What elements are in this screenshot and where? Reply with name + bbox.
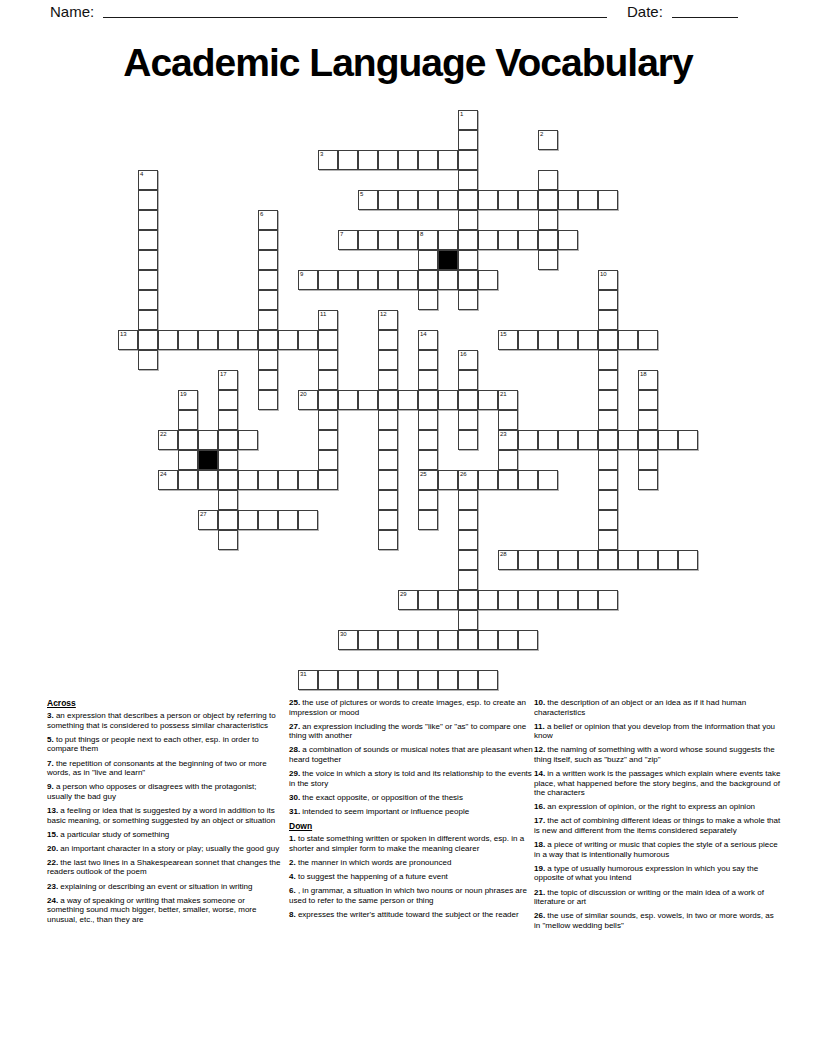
grid-cell[interactable] <box>518 590 538 610</box>
clue-section-header-across: Across <box>47 698 281 708</box>
grid-cell[interactable] <box>498 470 518 490</box>
grid-cell[interactable] <box>378 350 398 370</box>
grid-cell[interactable] <box>598 290 618 310</box>
grid-cell[interactable] <box>138 230 158 250</box>
clue-17: 17. the act of combining different ideas… <box>534 816 781 835</box>
grid-cell[interactable] <box>518 470 538 490</box>
grid-cell[interactable] <box>438 630 458 650</box>
grid-cell[interactable] <box>478 390 498 410</box>
grid-cell[interactable] <box>598 430 618 450</box>
grid-cell[interactable] <box>418 390 438 410</box>
grid-cell[interactable] <box>518 630 538 650</box>
date-label: Date: <box>627 3 663 20</box>
grid-cell[interactable] <box>478 190 498 210</box>
grid-cell[interactable] <box>458 110 478 130</box>
grid-cell[interactable] <box>638 450 658 470</box>
grid-cell[interactable] <box>418 190 438 210</box>
grid-cell[interactable] <box>258 250 278 270</box>
grid-cell[interactable] <box>458 230 478 250</box>
grid-cell[interactable] <box>438 670 458 690</box>
grid-cell[interactable] <box>538 470 558 490</box>
grid-cell[interactable] <box>598 510 618 530</box>
grid-cell[interactable] <box>538 190 558 210</box>
name-label: Name: <box>50 3 94 20</box>
grid-cell[interactable] <box>478 470 498 490</box>
grid-cell[interactable] <box>318 450 338 470</box>
grid-cell[interactable] <box>218 430 238 450</box>
grid-cell[interactable] <box>498 430 518 450</box>
grid-cell[interactable] <box>298 330 318 350</box>
grid-cell[interactable] <box>238 470 258 490</box>
grid-cell[interactable] <box>138 270 158 290</box>
grid-cell[interactable] <box>258 230 278 250</box>
grid-cell[interactable] <box>458 510 478 530</box>
grid-cell[interactable] <box>318 330 338 350</box>
grid-cell[interactable] <box>378 230 398 250</box>
grid-cell[interactable] <box>178 470 198 490</box>
grid-cell[interactable] <box>198 510 218 530</box>
grid-cell[interactable] <box>598 490 618 510</box>
grid-cell[interactable] <box>258 330 278 350</box>
grid-cell[interactable] <box>418 410 438 430</box>
grid-cell[interactable] <box>418 450 438 470</box>
grid-cell[interactable] <box>258 390 278 410</box>
grid-cell[interactable] <box>498 590 518 610</box>
grid-cell[interactable] <box>538 430 558 450</box>
clue-19: 19. a type of usually humorous expressio… <box>534 864 781 883</box>
grid-cell[interactable] <box>418 290 438 310</box>
grid-cell[interactable] <box>298 670 318 690</box>
grid-cell[interactable] <box>398 390 418 410</box>
grid-cell[interactable] <box>338 390 358 410</box>
blocked-cell <box>198 450 218 470</box>
clue-26: 26. the use of similar sounds, esp. vowe… <box>534 911 781 930</box>
grid-cell[interactable] <box>398 190 418 210</box>
grid-cell[interactable] <box>598 370 618 390</box>
grid-cell[interactable] <box>138 250 158 270</box>
grid-cell[interactable] <box>258 270 278 290</box>
grid-cell[interactable] <box>678 550 698 570</box>
grid-cell[interactable] <box>358 190 378 210</box>
grid-cell[interactable] <box>538 230 558 250</box>
grid-cell[interactable] <box>598 410 618 430</box>
grid-cell[interactable] <box>498 550 518 570</box>
clue-4: 4. to suggest the happening of a future … <box>289 872 533 882</box>
grid-cell[interactable] <box>418 470 438 490</box>
grid-cell[interactable] <box>178 430 198 450</box>
grid-cell[interactable] <box>438 470 458 490</box>
clue-28: 28. a combination of sounds or musical n… <box>289 745 533 764</box>
grid-cell[interactable] <box>478 630 498 650</box>
grid-cell[interactable] <box>418 670 438 690</box>
grid-cell[interactable] <box>258 210 278 230</box>
grid-cell[interactable] <box>498 410 518 430</box>
grid-cell[interactable] <box>458 590 478 610</box>
grid-cell[interactable] <box>478 270 498 290</box>
grid-cell[interactable] <box>298 390 318 410</box>
grid-cell[interactable] <box>638 330 658 350</box>
grid-cell[interactable] <box>458 290 478 310</box>
clue-1: 1. to state something written or spoken … <box>289 834 533 853</box>
grid-cell[interactable] <box>258 510 278 530</box>
clue-31: 31. intended to seem important or influe… <box>289 807 533 817</box>
grid-cell[interactable] <box>458 150 478 170</box>
grid-cell[interactable] <box>338 670 358 690</box>
clue-11: 11. a belief or opinion that you develop… <box>534 722 781 741</box>
clue-13: 13. a feeling or idea that is suggested … <box>47 806 281 825</box>
grid-cell[interactable] <box>638 370 658 390</box>
grid-cell[interactable] <box>618 330 638 350</box>
grid-cell[interactable] <box>158 430 178 450</box>
clue-16: 16. an expression of opinion, or the rig… <box>534 802 781 812</box>
grid-cell[interactable] <box>258 310 278 330</box>
grid-cell[interactable] <box>378 410 398 430</box>
clue-section-header-down: Down <box>289 821 533 831</box>
grid-cell[interactable] <box>438 590 458 610</box>
clue-9: 9. a person who opposes or disagrees wit… <box>47 782 281 801</box>
grid-cell[interactable] <box>378 430 398 450</box>
grid-cell[interactable] <box>398 270 418 290</box>
grid-cell[interactable] <box>318 370 338 390</box>
clue-23: 23. explaining or describing an event or… <box>47 882 281 892</box>
grid-cell[interactable] <box>418 350 438 370</box>
grid-cell[interactable] <box>138 170 158 190</box>
grid-cell[interactable] <box>138 330 158 350</box>
grid-cell[interactable] <box>378 270 398 290</box>
grid-cell[interactable] <box>158 330 178 350</box>
grid-cell[interactable] <box>558 590 578 610</box>
grid-cell[interactable] <box>238 330 258 350</box>
grid-cell[interactable] <box>438 190 458 210</box>
grid-cell[interactable] <box>378 490 398 510</box>
grid-cell[interactable] <box>258 470 278 490</box>
grid-cell[interactable] <box>558 190 578 210</box>
grid-cell[interactable] <box>598 270 618 290</box>
grid-cell[interactable] <box>418 250 438 270</box>
grid-cell[interactable] <box>218 370 238 390</box>
clue-27: 27. an expression including the words "l… <box>289 722 533 741</box>
grid-cell[interactable] <box>458 470 478 490</box>
grid-cell[interactable] <box>218 330 238 350</box>
grid-cell[interactable] <box>318 390 338 410</box>
grid-cell[interactable] <box>318 150 338 170</box>
clue-15: 15. a particular study of something <box>47 830 281 840</box>
grid-cell[interactable] <box>458 610 478 630</box>
grid-cell[interactable] <box>558 550 578 570</box>
grid-cell[interactable] <box>358 150 378 170</box>
grid-cell[interactable] <box>478 670 498 690</box>
grid-cell[interactable] <box>478 230 498 250</box>
grid-cell[interactable] <box>458 430 478 450</box>
grid-cell[interactable] <box>578 430 598 450</box>
grid-cell[interactable] <box>478 590 498 610</box>
grid-cell[interactable] <box>538 250 558 270</box>
grid-cell[interactable] <box>218 390 238 410</box>
grid-cell[interactable] <box>318 470 338 490</box>
grid-cell[interactable] <box>458 210 478 230</box>
grid-cell[interactable] <box>638 390 658 410</box>
grid-cell[interactable] <box>138 190 158 210</box>
grid-cell[interactable] <box>358 270 378 290</box>
grid-cell[interactable] <box>298 270 318 290</box>
grid-cell[interactable] <box>458 550 478 570</box>
grid-cell[interactable] <box>138 290 158 310</box>
clue-24: 24. a way of speaking or writing that ma… <box>47 896 281 925</box>
grid-cell[interactable] <box>578 550 598 570</box>
grid-cell[interactable] <box>358 630 378 650</box>
grid-cell[interactable] <box>438 230 458 250</box>
grid-cell[interactable] <box>178 390 198 410</box>
grid-cell[interactable] <box>338 230 358 250</box>
grid-cell[interactable] <box>118 330 138 350</box>
clue-column-2: 25. the use of pictures or words to crea… <box>289 698 533 924</box>
grid-cell[interactable] <box>498 450 518 470</box>
clue-25: 25. the use of pictures or words to crea… <box>289 698 533 717</box>
grid-cell[interactable] <box>658 550 678 570</box>
grid-cell[interactable] <box>198 430 218 450</box>
clue-22: 22. the last two lines in a Shakespearea… <box>47 858 281 877</box>
grid-cell[interactable] <box>538 210 558 230</box>
grid-cell[interactable] <box>458 270 478 290</box>
grid-cell[interactable] <box>458 170 478 190</box>
grid-cell[interactable] <box>558 330 578 350</box>
grid-cell[interactable] <box>598 590 618 610</box>
grid-cell[interactable] <box>558 430 578 450</box>
grid-cell[interactable] <box>378 150 398 170</box>
grid-cell[interactable] <box>498 190 518 210</box>
grid-cell[interactable] <box>598 330 618 350</box>
grid-cell[interactable] <box>418 330 438 350</box>
grid-cell[interactable] <box>418 510 438 530</box>
grid-cell[interactable] <box>438 390 458 410</box>
grid-cell[interactable] <box>318 350 338 370</box>
grid-cell[interactable] <box>418 490 438 510</box>
grid-cell[interactable] <box>678 430 698 450</box>
clue-10: 10. the description of an object or an i… <box>534 698 781 717</box>
grid-cell[interactable] <box>518 550 538 570</box>
grid-cell[interactable] <box>598 310 618 330</box>
grid-cell[interactable] <box>418 430 438 450</box>
date-blank-line <box>672 17 738 18</box>
grid-cell[interactable] <box>338 630 358 650</box>
grid-cell[interactable] <box>458 490 478 510</box>
grid-cell[interactable] <box>378 670 398 690</box>
grid-cell[interactable] <box>218 470 238 490</box>
grid-cell[interactable] <box>378 530 398 550</box>
grid-cell[interactable] <box>458 670 478 690</box>
grid-cell[interactable] <box>378 370 398 390</box>
clue-18: 18. a piece of writing or music that cop… <box>534 840 781 859</box>
grid-cell[interactable] <box>378 330 398 350</box>
grid-cell[interactable] <box>538 590 558 610</box>
grid-cell[interactable] <box>398 230 418 250</box>
grid-cell[interactable] <box>638 550 658 570</box>
grid-cell[interactable] <box>398 150 418 170</box>
grid-cell[interactable] <box>538 550 558 570</box>
grid-cell[interactable] <box>278 470 298 490</box>
grid-cell[interactable] <box>498 390 518 410</box>
grid-cell[interactable] <box>178 450 198 470</box>
grid-cell[interactable] <box>258 370 278 390</box>
grid-cell[interactable] <box>378 630 398 650</box>
grid-cell[interactable] <box>318 670 338 690</box>
grid-cell[interactable] <box>518 330 538 350</box>
grid-cell[interactable] <box>598 470 618 490</box>
clue-3: 3. an expression that describes a person… <box>47 711 281 730</box>
grid-cell[interactable] <box>618 430 638 450</box>
grid-cell[interactable] <box>538 130 558 150</box>
grid-cell[interactable] <box>158 470 178 490</box>
grid-cell[interactable] <box>598 550 618 570</box>
grid-cell[interactable] <box>318 410 338 430</box>
grid-cell[interactable] <box>498 630 518 650</box>
grid-cell[interactable] <box>258 350 278 370</box>
grid-cell[interactable] <box>438 270 458 290</box>
grid-cell[interactable] <box>458 630 478 650</box>
grid-cell[interactable] <box>458 370 478 390</box>
name-blank-line <box>103 17 607 18</box>
clue-column-3: 10. the description of an object or an i… <box>534 698 781 935</box>
grid-cell[interactable] <box>458 350 478 370</box>
grid-cell[interactable] <box>458 250 478 270</box>
grid-cell[interactable] <box>358 670 378 690</box>
grid-cell[interactable] <box>218 490 238 510</box>
grid-cell[interactable] <box>218 510 238 530</box>
grid-cell[interactable] <box>598 530 618 550</box>
grid-cell[interactable] <box>618 550 638 570</box>
grid-cell[interactable] <box>418 270 438 290</box>
grid-cell[interactable] <box>458 390 478 410</box>
grid-cell[interactable] <box>418 370 438 390</box>
blocked-cell <box>438 250 458 270</box>
grid-cell[interactable] <box>198 330 218 350</box>
grid-cell[interactable] <box>578 330 598 350</box>
grid-cell[interactable] <box>378 190 398 210</box>
grid-cell[interactable] <box>318 430 338 450</box>
grid-cell[interactable] <box>218 410 238 430</box>
grid-cell[interactable] <box>418 630 438 650</box>
grid-cell[interactable] <box>578 190 598 210</box>
grid-cell[interactable] <box>378 390 398 410</box>
grid-cell[interactable] <box>178 330 198 350</box>
crossword-grid: 3579131520222324252728293031124681011121… <box>118 110 700 692</box>
grid-cell[interactable] <box>398 670 418 690</box>
grid-cell[interactable] <box>318 270 338 290</box>
grid-cell[interactable] <box>638 470 658 490</box>
grid-cell[interactable] <box>518 190 538 210</box>
clue-30: 30. the exact opposite, or opposition of… <box>289 793 533 803</box>
clue-29: 29. the voice in which a story is told a… <box>289 769 533 788</box>
grid-cell[interactable] <box>458 190 478 210</box>
grid-cell[interactable] <box>458 570 478 590</box>
grid-cell[interactable] <box>638 430 658 450</box>
clue-20: 20. an important character in a story or… <box>47 844 281 854</box>
clue-21: 21. the topic of discussion or writing o… <box>534 888 781 907</box>
grid-cell[interactable] <box>398 630 418 650</box>
grid-cell[interactable] <box>438 150 458 170</box>
clue-2: 2. the manner in which words are pronoun… <box>289 858 533 868</box>
page-title: Academic Language Vocabulary <box>0 41 816 85</box>
grid-cell[interactable] <box>278 510 298 530</box>
grid-cell[interactable] <box>258 290 278 310</box>
grid-cell[interactable] <box>378 470 398 490</box>
clue-6: 6. , in grammar, a situation in which tw… <box>289 886 533 905</box>
grid-cell[interactable] <box>598 190 618 210</box>
grid-cell[interactable] <box>338 270 358 290</box>
grid-cell[interactable] <box>238 510 258 530</box>
grid-cell[interactable] <box>198 470 218 490</box>
clue-12: 12. the naming of something with a word … <box>534 745 781 764</box>
grid-cell[interactable] <box>138 350 158 370</box>
grid-cell[interactable] <box>318 310 338 330</box>
grid-cell[interactable] <box>298 470 318 490</box>
grid-cell[interactable] <box>398 590 418 610</box>
grid-cell[interactable] <box>378 310 398 330</box>
grid-cell[interactable] <box>418 150 438 170</box>
grid-cell[interactable] <box>598 450 618 470</box>
grid-cell[interactable] <box>378 510 398 530</box>
grid-cell[interactable] <box>138 310 158 330</box>
grid-cell[interactable] <box>418 230 438 250</box>
grid-cell[interactable] <box>358 230 378 250</box>
grid-cell[interactable] <box>138 210 158 230</box>
grid-cell[interactable] <box>278 330 298 350</box>
grid-cell[interactable] <box>598 350 618 370</box>
grid-cell[interactable] <box>538 170 558 190</box>
grid-cell[interactable] <box>458 410 478 430</box>
grid-cell[interactable] <box>598 390 618 410</box>
grid-cell[interactable] <box>458 130 478 150</box>
grid-cell[interactable] <box>498 230 518 250</box>
grid-cell[interactable] <box>418 590 438 610</box>
clue-column-1: Across3. an expression that describes a … <box>47 698 281 929</box>
clue-14: 14. in a written work is the passages wh… <box>534 769 781 798</box>
grid-cell[interactable] <box>338 150 358 170</box>
clue-8: 8. expresses the writer's attitude towar… <box>289 910 533 920</box>
grid-cell[interactable] <box>578 590 598 610</box>
grid-cell[interactable] <box>498 330 518 350</box>
grid-cell[interactable] <box>298 510 318 530</box>
grid-cell[interactable] <box>238 430 258 450</box>
grid-cell[interactable] <box>218 450 238 470</box>
grid-cell[interactable] <box>358 390 378 410</box>
clue-7: 7. the repetition of consonants at the b… <box>47 759 281 778</box>
grid-cell[interactable] <box>378 450 398 470</box>
grid-cell[interactable] <box>218 530 238 550</box>
clue-5: 5. to put things or people next to each … <box>47 735 281 754</box>
grid-cell[interactable] <box>458 530 478 550</box>
grid-cell[interactable] <box>178 410 198 430</box>
grid-cell[interactable] <box>658 430 678 450</box>
grid-cell[interactable] <box>638 410 658 430</box>
grid-cell[interactable] <box>518 230 538 250</box>
grid-cell[interactable] <box>558 230 578 250</box>
grid-cell[interactable] <box>518 430 538 450</box>
grid-cell[interactable] <box>538 330 558 350</box>
